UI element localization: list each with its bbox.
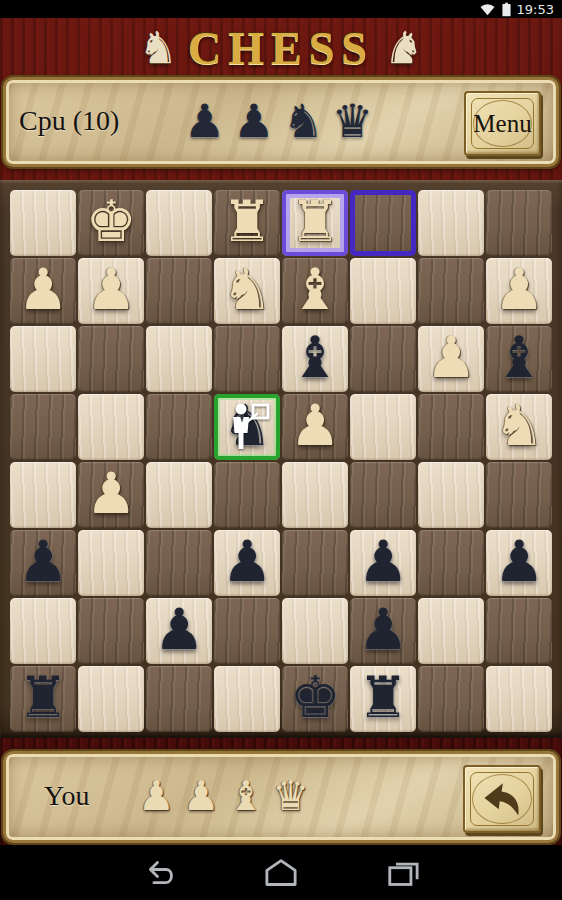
square-f4[interactable]	[146, 394, 212, 460]
square-b4[interactable]	[418, 394, 484, 460]
square-e6[interactable]: ♟	[214, 530, 280, 596]
captured-black-queen: ♛	[332, 98, 373, 144]
white-pawn: ♟	[85, 261, 136, 318]
square-e8[interactable]	[214, 666, 280, 732]
square-c3[interactable]	[350, 326, 416, 392]
square-d5[interactable]	[282, 462, 348, 528]
square-c6[interactable]: ♟	[350, 530, 416, 596]
square-e3[interactable]	[214, 326, 280, 392]
square-b1[interactable]	[418, 190, 484, 256]
back-icon[interactable]	[143, 858, 179, 888]
square-e7[interactable]	[214, 598, 280, 664]
tutor-icon	[220, 400, 274, 454]
square-c2[interactable]	[350, 258, 416, 324]
square-g3[interactable]	[78, 326, 144, 392]
black-rook: ♜	[357, 669, 408, 726]
cpu-panel: Cpu (10) ♟♟♞♛ Menu	[3, 77, 559, 167]
square-h3[interactable]	[10, 326, 76, 392]
white-rook: ♜	[289, 193, 340, 250]
black-pawn: ♟	[357, 601, 408, 658]
black-bishop: ♝	[493, 329, 544, 386]
menu-button-label: Menu	[473, 110, 531, 138]
square-h2[interactable]: ♟	[10, 258, 76, 324]
app-title-bar: ♞ CHESS ♞	[0, 20, 562, 76]
square-c5[interactable]	[350, 462, 416, 528]
square-f5[interactable]	[146, 462, 212, 528]
recents-icon[interactable]	[385, 858, 421, 888]
captured-black-pawn: ♟	[233, 98, 274, 144]
battery-icon	[501, 2, 512, 17]
square-h1[interactable]	[10, 190, 76, 256]
undo-button[interactable]	[463, 765, 541, 833]
white-king: ♚	[85, 193, 136, 250]
square-e4[interactable]: ♞	[214, 394, 280, 460]
square-f7[interactable]: ♟	[146, 598, 212, 664]
square-d8[interactable]: ♚	[282, 666, 348, 732]
square-g8[interactable]	[78, 666, 144, 732]
square-h7[interactable]	[10, 598, 76, 664]
white-pawn: ♟	[17, 261, 68, 318]
square-d2[interactable]: ♝	[282, 258, 348, 324]
square-f8[interactable]	[146, 666, 212, 732]
white-knight: ♞	[221, 261, 272, 318]
home-icon[interactable]	[263, 858, 299, 888]
captured-white-bishop: ♝	[228, 776, 265, 817]
white-bishop: ♝	[289, 261, 340, 318]
square-d3[interactable]: ♝	[282, 326, 348, 392]
captured-black-pawn: ♟	[184, 98, 225, 144]
square-d6[interactable]	[282, 530, 348, 596]
wifi-icon	[479, 2, 496, 16]
square-d7[interactable]	[282, 598, 348, 664]
square-b6[interactable]	[418, 530, 484, 596]
square-a1[interactable]	[486, 190, 552, 256]
cpu-captured-pieces-tray: ♟♟♞♛	[184, 98, 373, 144]
square-b2[interactable]	[418, 258, 484, 324]
square-a4[interactable]: ♞	[486, 394, 552, 460]
black-pawn: ♟	[153, 601, 204, 658]
square-a7[interactable]	[486, 598, 552, 664]
captured-white-pawn: ♟	[183, 776, 220, 817]
captured-black-knight: ♞	[283, 98, 324, 144]
square-f6[interactable]	[146, 530, 212, 596]
square-a2[interactable]: ♟	[486, 258, 552, 324]
black-pawn: ♟	[17, 533, 68, 590]
black-rook: ♜	[17, 669, 68, 726]
black-bishop: ♝	[289, 329, 340, 386]
black-king: ♚	[289, 669, 340, 726]
you-player-label: You	[44, 780, 89, 812]
square-c7[interactable]: ♟	[350, 598, 416, 664]
square-g2[interactable]: ♟	[78, 258, 144, 324]
white-pawn: ♟	[85, 465, 136, 522]
square-c1[interactable]	[350, 190, 416, 256]
undo-arrow-icon	[477, 775, 527, 823]
square-a6[interactable]: ♟	[486, 530, 552, 596]
square-d1[interactable]: ♜	[282, 190, 348, 256]
board-frame: ♚♜♜♟♟♞♝♟♝♟♝♞♟♞♟♟♟♟♟♟♟♜♚♜	[0, 180, 562, 738]
knight-icon: ♞	[384, 26, 423, 70]
square-c8[interactable]: ♜	[350, 666, 416, 732]
you-captured-pieces-tray: ♟♟♝♛	[138, 776, 309, 817]
black-pawn: ♟	[357, 533, 408, 590]
black-pawn: ♟	[221, 533, 272, 590]
knight-icon: ♞	[139, 26, 178, 70]
clock: 19:53	[517, 2, 554, 17]
square-b3[interactable]: ♟	[418, 326, 484, 392]
square-b7[interactable]	[418, 598, 484, 664]
square-b8[interactable]	[418, 666, 484, 732]
square-a3[interactable]: ♝	[486, 326, 552, 392]
square-e1[interactable]: ♜	[214, 190, 280, 256]
you-panel: You ♟♟♝♛	[3, 751, 559, 843]
square-g1[interactable]: ♚	[78, 190, 144, 256]
square-e5[interactable]	[214, 462, 280, 528]
square-h5[interactable]	[10, 462, 76, 528]
captured-white-queen: ♛	[272, 776, 309, 817]
square-a5[interactable]	[486, 462, 552, 528]
square-g7[interactable]	[78, 598, 144, 664]
android-nav-bar	[0, 845, 562, 900]
square-h6[interactable]: ♟	[10, 530, 76, 596]
square-a8[interactable]	[486, 666, 552, 732]
square-h8[interactable]: ♜	[10, 666, 76, 732]
app-title: CHESS	[188, 22, 374, 75]
white-knight: ♞	[493, 397, 544, 454]
square-b5[interactable]	[418, 462, 484, 528]
square-h4[interactable]	[10, 394, 76, 460]
square-f2[interactable]	[146, 258, 212, 324]
square-c4[interactable]	[350, 394, 416, 460]
square-d4[interactable]: ♟	[282, 394, 348, 460]
captured-white-pawn: ♟	[138, 776, 175, 817]
black-pawn: ♟	[493, 533, 544, 590]
square-e2[interactable]: ♞	[214, 258, 280, 324]
white-rook: ♜	[221, 193, 272, 250]
square-g6[interactable]	[78, 530, 144, 596]
white-pawn: ♟	[425, 329, 476, 386]
white-pawn: ♟	[493, 261, 544, 318]
menu-button[interactable]: Menu	[464, 91, 541, 156]
white-pawn: ♟	[289, 397, 340, 454]
chess-board: ♚♜♜♟♟♞♝♟♝♟♝♞♟♞♟♟♟♟♟♟♟♜♚♜	[10, 190, 552, 732]
square-g4[interactable]	[78, 394, 144, 460]
cpu-player-label: Cpu (10)	[19, 105, 119, 137]
status-bar: 19:53	[0, 0, 562, 18]
square-f3[interactable]	[146, 326, 212, 392]
square-g5[interactable]: ♟	[78, 462, 144, 528]
square-f1[interactable]	[146, 190, 212, 256]
